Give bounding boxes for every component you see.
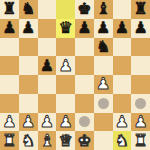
square-e4[interactable] bbox=[75, 75, 94, 94]
white-pawn-d5: ♟ bbox=[58, 57, 72, 73]
square-d5[interactable]: ♟ bbox=[56, 56, 75, 75]
square-g5[interactable] bbox=[113, 56, 132, 75]
square-g8[interactable] bbox=[113, 0, 132, 19]
square-c3[interactable] bbox=[38, 94, 57, 113]
square-h5[interactable] bbox=[131, 56, 150, 75]
square-c5[interactable]: ♟ bbox=[38, 56, 57, 75]
square-a7[interactable]: ♟ bbox=[0, 19, 19, 38]
white-pawn-f4: ♟ bbox=[96, 76, 110, 92]
square-b8[interactable]: ♞ bbox=[19, 0, 38, 19]
square-f6[interactable]: ♞ bbox=[94, 38, 113, 57]
square-d8[interactable] bbox=[56, 0, 75, 19]
white-rook-a1: ♜ bbox=[2, 132, 16, 148]
square-b4[interactable] bbox=[19, 75, 38, 94]
square-b7[interactable]: ♟ bbox=[19, 19, 38, 38]
square-e6[interactable] bbox=[75, 38, 94, 57]
square-a5[interactable] bbox=[0, 56, 19, 75]
square-c8[interactable] bbox=[38, 0, 57, 19]
white-pawn-d2: ♟ bbox=[58, 113, 72, 129]
black-rook-a8: ♜ bbox=[2, 1, 16, 17]
square-d2[interactable]: ♟ bbox=[56, 113, 75, 132]
square-g4[interactable] bbox=[113, 75, 132, 94]
square-h6[interactable] bbox=[131, 38, 150, 57]
black-pawn-f7: ♟ bbox=[96, 20, 110, 36]
black-pawn-b7: ♟ bbox=[21, 20, 35, 36]
black-pawn-a7: ♟ bbox=[2, 20, 16, 36]
square-f3[interactable] bbox=[94, 94, 113, 113]
square-e3[interactable] bbox=[75, 94, 94, 113]
square-g1[interactable]: ♞ bbox=[113, 131, 132, 150]
square-f2[interactable] bbox=[94, 113, 113, 132]
square-a4[interactable] bbox=[0, 75, 19, 94]
white-pawn-b2: ♟ bbox=[21, 113, 35, 129]
square-a6[interactable] bbox=[0, 38, 19, 57]
move-hint-dot-f3[interactable] bbox=[98, 98, 109, 109]
square-d1[interactable]: ♛ bbox=[56, 131, 75, 150]
square-c7[interactable] bbox=[38, 19, 57, 38]
square-f5[interactable] bbox=[94, 56, 113, 75]
black-pawn-g7: ♟ bbox=[115, 20, 129, 36]
square-b3[interactable] bbox=[19, 94, 38, 113]
square-e5[interactable] bbox=[75, 56, 94, 75]
square-d4[interactable] bbox=[56, 75, 75, 94]
square-d7[interactable]: ♛ bbox=[56, 19, 75, 38]
square-f7[interactable]: ♟ bbox=[94, 19, 113, 38]
square-e2[interactable] bbox=[75, 113, 94, 132]
square-b6[interactable] bbox=[19, 38, 38, 57]
square-h2[interactable]: ♟ bbox=[131, 113, 150, 132]
square-e8[interactable]: ♚ bbox=[75, 0, 94, 19]
square-b1[interactable]: ♞ bbox=[19, 131, 38, 150]
square-c6[interactable] bbox=[38, 38, 57, 57]
square-a1[interactable]: ♜ bbox=[0, 131, 19, 150]
square-b2[interactable]: ♟ bbox=[19, 113, 38, 132]
black-knight-f6: ♞ bbox=[96, 38, 110, 54]
black-bishop-f8: ♝ bbox=[96, 1, 110, 17]
square-g3[interactable] bbox=[113, 94, 132, 113]
white-pawn-c2: ♟ bbox=[40, 113, 54, 129]
square-b5[interactable] bbox=[19, 56, 38, 75]
square-c2[interactable]: ♟ bbox=[38, 113, 57, 132]
square-h1[interactable]: ♜ bbox=[131, 131, 150, 150]
square-c1[interactable]: ♝ bbox=[38, 131, 57, 150]
black-queen-d7: ♛ bbox=[58, 20, 72, 36]
square-a2[interactable]: ♟ bbox=[0, 113, 19, 132]
square-c4[interactable] bbox=[38, 75, 57, 94]
black-rook-h8: ♜ bbox=[133, 1, 147, 17]
square-h8[interactable]: ♜ bbox=[131, 0, 150, 19]
square-h3[interactable] bbox=[131, 94, 150, 113]
black-king-e8: ♚ bbox=[77, 1, 91, 17]
square-f4[interactable]: ♟ bbox=[94, 75, 113, 94]
square-g7[interactable]: ♟ bbox=[113, 19, 132, 38]
square-e7[interactable]: ♟ bbox=[75, 19, 94, 38]
white-pawn-h2: ♟ bbox=[133, 113, 147, 129]
square-h7[interactable]: ♟ bbox=[131, 19, 150, 38]
square-a3[interactable] bbox=[0, 94, 19, 113]
move-hint-dot-h3[interactable] bbox=[135, 98, 146, 109]
move-hint-dot-e2[interactable] bbox=[79, 116, 90, 127]
chess-board: ♜♞♚♝♜♟♟♛♟♟♟♟♞♟♟♟♟♟♟♟♟♟♜♞♝♛♚♞♜ bbox=[0, 0, 150, 150]
square-d6[interactable] bbox=[56, 38, 75, 57]
white-pawn-a2: ♟ bbox=[2, 113, 16, 129]
square-d3[interactable] bbox=[56, 94, 75, 113]
square-h4[interactable] bbox=[131, 75, 150, 94]
square-f1[interactable] bbox=[94, 131, 113, 150]
black-pawn-c5: ♟ bbox=[40, 57, 54, 73]
white-queen-d1: ♛ bbox=[58, 132, 72, 148]
square-g2[interactable]: ♟ bbox=[113, 113, 132, 132]
black-knight-b8: ♞ bbox=[21, 1, 35, 17]
square-a8[interactable]: ♜ bbox=[0, 0, 19, 19]
white-bishop-c1: ♝ bbox=[40, 132, 54, 148]
white-king-e1: ♚ bbox=[77, 132, 91, 148]
white-knight-g1: ♞ bbox=[115, 132, 129, 148]
square-e1[interactable]: ♚ bbox=[75, 131, 94, 150]
square-f8[interactable]: ♝ bbox=[94, 0, 113, 19]
square-g6[interactable] bbox=[113, 38, 132, 57]
white-knight-b1: ♞ bbox=[21, 132, 35, 148]
white-pawn-g2: ♟ bbox=[115, 113, 129, 129]
white-rook-h1: ♜ bbox=[133, 132, 147, 148]
black-pawn-h7: ♟ bbox=[133, 20, 147, 36]
black-pawn-e7: ♟ bbox=[77, 20, 91, 36]
